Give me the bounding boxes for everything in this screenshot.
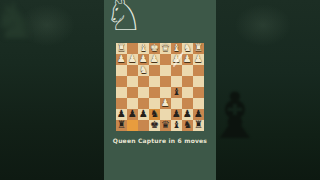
black-pawn[interactable]: ♟	[117, 109, 126, 119]
square-c5[interactable]: ♝	[171, 87, 182, 98]
square-b5[interactable]	[182, 87, 193, 98]
square-e8[interactable]: ♚	[149, 120, 160, 131]
square-a2[interactable]: ♟	[193, 54, 204, 65]
square-h8[interactable]: ♜	[116, 120, 127, 131]
square-h3[interactable]	[116, 65, 127, 76]
square-e3[interactable]	[149, 65, 160, 76]
square-g4[interactable]	[127, 76, 138, 87]
square-f3[interactable]: ♞	[138, 65, 149, 76]
white-rook[interactable]: ♜	[117, 43, 126, 53]
white-queen[interactable]: ♛	[161, 43, 170, 53]
knight-line-art-icon: ♘	[104, 0, 143, 37]
square-d1[interactable]: ♛	[160, 43, 171, 54]
square-b2[interactable]: ♟	[182, 54, 193, 65]
white-rook[interactable]: ♜	[194, 43, 203, 53]
square-e5[interactable]	[149, 87, 160, 98]
square-a4[interactable]	[193, 76, 204, 87]
black-rook[interactable]: ♜	[117, 120, 126, 130]
black-rook[interactable]: ♜	[194, 120, 203, 130]
square-g7[interactable]: ♟	[127, 109, 138, 120]
white-pawn[interactable]: ♟	[161, 98, 170, 108]
center-strip: ♘ ♜♝♚♛♝♞♜♟♟♟♟♟♟♟♞♝♟♟♟♟♞♟♟♟♜♚♛♝♞♜ Queen C…	[104, 0, 216, 180]
square-g3[interactable]	[127, 65, 138, 76]
white-pawn[interactable]: ♟	[128, 54, 137, 64]
white-king[interactable]: ♚	[150, 43, 159, 53]
black-pawn[interactable]: ♟	[128, 109, 137, 119]
right-blur-panel	[216, 0, 320, 180]
square-a3[interactable]	[193, 65, 204, 76]
white-pawn[interactable]: ♟	[150, 54, 159, 64]
square-e2[interactable]: ♟	[149, 54, 160, 65]
square-d3[interactable]	[160, 65, 171, 76]
square-g8[interactable]	[127, 120, 138, 131]
square-c8[interactable]: ♝	[171, 120, 182, 131]
square-d8[interactable]: ♛	[160, 120, 171, 131]
black-pawn[interactable]: ♟	[194, 109, 203, 119]
black-king[interactable]: ♚	[150, 120, 159, 130]
white-bishop[interactable]: ♝	[172, 43, 181, 53]
square-b4[interactable]	[182, 76, 193, 87]
left-blur-panel	[0, 0, 104, 180]
square-d6[interactable]: ♟	[160, 98, 171, 109]
right-panel-glow	[216, 0, 320, 180]
white-pawn[interactable]: ♟	[194, 54, 203, 64]
white-knight[interactable]: ♞	[183, 43, 192, 53]
black-bishop[interactable]: ♝	[172, 87, 181, 97]
black-pawn[interactable]: ♟	[183, 109, 192, 119]
video-frame: ♞ ♘ ♜♝♚♛♝♞♜♟♟♟♟♟♟♟♞♝♟♟♟♟♞♟♟♟♜♚♛♝♞♜ Queen…	[0, 0, 320, 180]
square-h4[interactable]	[116, 76, 127, 87]
white-pawn[interactable]: ♟	[117, 54, 126, 64]
chess-board[interactable]: ♜♝♚♛♝♞♜♟♟♟♟♟♟♟♞♝♟♟♟♟♞♟♟♟♜♚♛♝♞♜	[116, 43, 204, 131]
square-d2[interactable]	[160, 54, 171, 65]
white-knight[interactable]: ♞	[139, 65, 148, 75]
square-b8[interactable]: ♞	[182, 120, 193, 131]
black-bishop[interactable]: ♝	[172, 120, 181, 130]
square-h5[interactable]	[116, 87, 127, 98]
black-pawn[interactable]: ♟	[139, 109, 148, 119]
square-f5[interactable]	[138, 87, 149, 98]
square-g2[interactable]: ♟	[127, 54, 138, 65]
square-a5[interactable]	[193, 87, 204, 98]
black-knight[interactable]: ♞	[183, 120, 192, 130]
white-pawn[interactable]: ♟	[183, 54, 192, 64]
square-f8[interactable]	[138, 120, 149, 131]
square-a8[interactable]: ♜	[193, 120, 204, 131]
square-e4[interactable]	[149, 76, 160, 87]
white-bishop[interactable]: ♝	[139, 43, 148, 53]
puzzle-caption: Queen Capture in 6 moves	[104, 137, 216, 144]
square-f7[interactable]: ♟	[138, 109, 149, 120]
square-f4[interactable]	[138, 76, 149, 87]
square-g5[interactable]	[127, 87, 138, 98]
square-d4[interactable]	[160, 76, 171, 87]
black-pawn[interactable]: ♟	[172, 109, 181, 119]
black-knight[interactable]: ♞	[150, 109, 159, 119]
white-pawn[interactable]: ♟	[139, 54, 148, 64]
square-b3[interactable]	[182, 65, 193, 76]
black-queen[interactable]: ♛	[161, 120, 170, 130]
square-h2[interactable]: ♟	[116, 54, 127, 65]
left-panel-glow	[0, 0, 104, 180]
